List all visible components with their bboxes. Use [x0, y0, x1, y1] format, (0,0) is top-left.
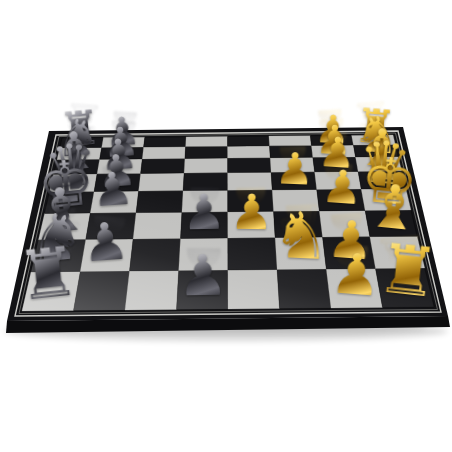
square-d3[interactable] [139, 173, 185, 191]
piece-silver-pawn-h4[interactable]: ♟ [174, 248, 231, 305]
square-b4[interactable] [185, 146, 228, 158]
piece-silver-pawn-g2[interactable]: ♟ [77, 214, 133, 270]
square-b3[interactable] [142, 147, 185, 159]
square-b5[interactable] [228, 146, 271, 158]
square-a4[interactable] [186, 137, 228, 147]
square-h5[interactable] [228, 270, 280, 310]
piece-gold-pawn-h7[interactable]: ♟ [326, 245, 386, 305]
square-a5[interactable] [228, 136, 270, 146]
square-c4[interactable] [184, 158, 228, 173]
square-h6[interactable] [277, 269, 331, 309]
square-g3[interactable] [130, 238, 181, 271]
piece-silver-pawn-f4[interactable]: ♟ [179, 188, 228, 237]
square-c5[interactable] [228, 158, 272, 173]
piece-gold-pawn-d6[interactable]: ♟ [272, 146, 317, 191]
square-a3[interactable] [144, 137, 187, 147]
square-c3[interactable] [141, 159, 185, 174]
piece-gold-knight-g6[interactable]: ♞ [268, 203, 335, 271]
piece-silver-pawn-e2[interactable]: ♟ [89, 165, 138, 214]
piece-silver-rook-h1[interactable]: ♜ [10, 237, 85, 312]
square-e3[interactable] [136, 191, 183, 213]
product-photo: ♜♜♟♟♜♜♟♟♞♞♟♟♞♞♟♟♝♝♟♟♝♝♟♟♛♛♟♟♛♛♟♟♚♚♟♟♚♚♟♟… [0, 0, 452, 452]
square-h3[interactable] [125, 271, 179, 311]
square-f3[interactable] [133, 212, 182, 239]
